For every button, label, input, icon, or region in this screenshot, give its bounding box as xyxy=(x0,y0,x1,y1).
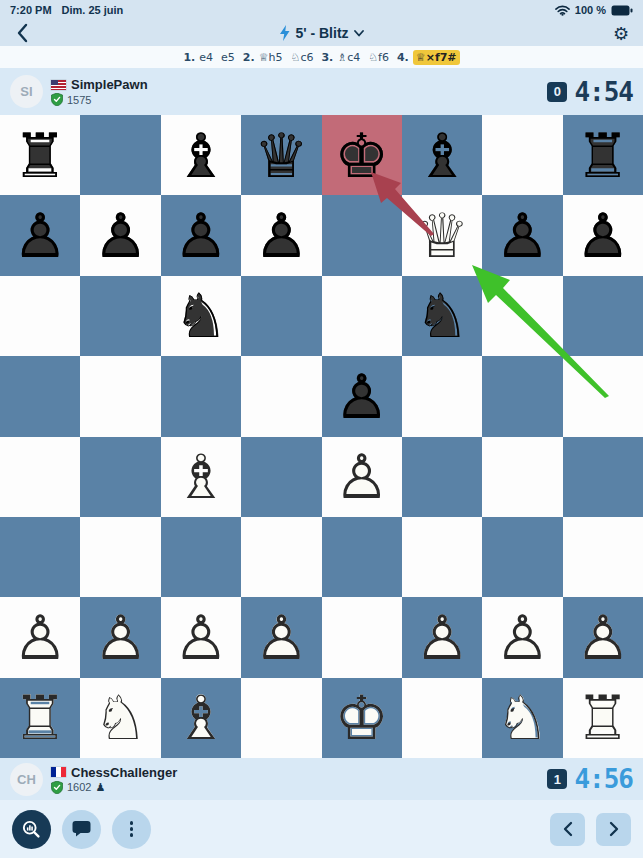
piece-black-knight[interactable]: ♞♘ xyxy=(161,276,241,356)
square-d7[interactable]: ♟♙ xyxy=(241,195,321,275)
piece-black-pawn[interactable]: ♟♙ xyxy=(482,195,562,275)
pawn-icon: ♟ xyxy=(95,782,105,793)
battery-icon xyxy=(611,5,633,16)
square-a2[interactable]: ♟♙ xyxy=(0,597,80,677)
fr-flag-icon xyxy=(51,767,66,777)
piece-black-bishop[interactable]: ♝♗ xyxy=(161,115,241,195)
square-c1[interactable]: ♝♗ xyxy=(161,678,241,758)
square-c3[interactable] xyxy=(161,517,241,597)
square-g1[interactable]: ♞♘ xyxy=(482,678,562,758)
square-b8[interactable] xyxy=(80,115,160,195)
status-time: 7:20 PM xyxy=(10,4,52,16)
piece-white-pawn[interactable]: ♟♙ xyxy=(80,597,160,677)
square-b4[interactable] xyxy=(80,437,160,517)
square-g5[interactable] xyxy=(482,356,562,436)
piece-white-king[interactable]: ♚♔ xyxy=(322,678,402,758)
square-e1[interactable]: ♚♔ xyxy=(322,678,402,758)
square-h1[interactable]: ♜♖ xyxy=(563,678,643,758)
square-a8[interactable]: ♜♖ xyxy=(0,115,80,195)
piece-white-pawn[interactable]: ♟♙ xyxy=(241,597,321,677)
piece-white-knight[interactable]: ♞♘ xyxy=(482,678,562,758)
square-b1[interactable]: ♞♘ xyxy=(80,678,160,758)
square-b5[interactable] xyxy=(80,356,160,436)
nav-bar: 5' - Blitz ⚙ xyxy=(0,20,643,46)
piece-white-pawn[interactable]: ♟♙ xyxy=(402,597,482,677)
status-bar: 7:20 PM Dim. 25 juin 100 % xyxy=(0,0,643,20)
clock-bottom: 1 4:56 xyxy=(547,764,633,794)
piece-white-bishop[interactable]: ♝♗ xyxy=(161,678,241,758)
square-f4[interactable] xyxy=(402,437,482,517)
piece-black-pawn[interactable]: ♟♙ xyxy=(241,195,321,275)
clock-time-bottom: 4:56 xyxy=(574,764,633,794)
rating-shield-icon xyxy=(51,93,63,106)
piece-white-rook[interactable]: ♜♖ xyxy=(0,678,80,758)
square-f7[interactable]: ♛♕ xyxy=(402,195,482,275)
square-a1[interactable]: ♜♖ xyxy=(0,678,80,758)
square-h4[interactable] xyxy=(563,437,643,517)
chevron-left-icon xyxy=(16,23,28,43)
move-token[interactable]: ♕h5 xyxy=(259,51,283,64)
game-mode-label: 5' - Blitz xyxy=(295,25,348,41)
square-e6[interactable] xyxy=(322,276,402,356)
square-d2[interactable]: ♟♙ xyxy=(241,597,321,677)
us-flag-icon xyxy=(51,80,66,90)
square-g3[interactable] xyxy=(482,517,562,597)
battery-percent: 100 % xyxy=(575,4,606,16)
move-token[interactable]: ♘f6 xyxy=(368,51,389,64)
rating-shield-icon xyxy=(51,781,63,794)
square-h6[interactable] xyxy=(563,276,643,356)
square-e5[interactable]: ♟♙ xyxy=(322,356,402,436)
square-a3[interactable] xyxy=(0,517,80,597)
piece-white-pawn[interactable]: ♟♙ xyxy=(322,437,402,517)
piece-white-pawn[interactable]: ♟♙ xyxy=(482,597,562,677)
bottom-toolbar xyxy=(0,800,643,858)
square-e8[interactable]: ♚♔ xyxy=(322,115,402,195)
square-h8[interactable]: ♜♖ xyxy=(563,115,643,195)
move-token[interactable]: e4 xyxy=(199,51,213,64)
square-d1[interactable] xyxy=(241,678,321,758)
kebab-menu-icon xyxy=(130,821,134,837)
square-a5[interactable] xyxy=(0,356,80,436)
lightning-bolt-icon xyxy=(279,25,290,41)
player-info-top[interactable]: SimplePawn 1575 xyxy=(51,77,148,106)
square-h2[interactable]: ♟♙ xyxy=(563,597,643,677)
square-h7[interactable]: ♟♙ xyxy=(563,195,643,275)
move-number: 2. xyxy=(243,51,255,64)
square-d8[interactable]: ♛♕ xyxy=(241,115,321,195)
square-b3[interactable] xyxy=(80,517,160,597)
square-a7[interactable]: ♟♙ xyxy=(0,195,80,275)
piece-black-rook[interactable]: ♜♖ xyxy=(563,115,643,195)
square-f1[interactable] xyxy=(402,678,482,758)
square-g7[interactable]: ♟♙ xyxy=(482,195,562,275)
square-b6[interactable] xyxy=(80,276,160,356)
move-token-highlighted[interactable]: ♕×f7# xyxy=(413,50,460,65)
square-g6[interactable] xyxy=(482,276,562,356)
square-b7[interactable]: ♟♙ xyxy=(80,195,160,275)
chevron-right-icon xyxy=(607,820,621,838)
player-rating-bottom: 1602 xyxy=(67,781,91,793)
avatar-bottom[interactable]: CH xyxy=(10,763,43,796)
piece-black-bishop[interactable]: ♝♗ xyxy=(402,115,482,195)
square-c6[interactable]: ♞♘ xyxy=(161,276,241,356)
piece-white-knight[interactable]: ♞♘ xyxy=(80,678,160,758)
square-d3[interactable] xyxy=(241,517,321,597)
piece-black-pawn[interactable]: ♟♙ xyxy=(0,195,80,275)
piece-white-pawn[interactable]: ♟♙ xyxy=(563,597,643,677)
avatar-top[interactable]: SI xyxy=(10,75,43,108)
square-d6[interactable] xyxy=(241,276,321,356)
piece-black-pawn[interactable]: ♟♙ xyxy=(563,195,643,275)
square-g8[interactable] xyxy=(482,115,562,195)
piece-black-rook[interactable]: ♜♖ xyxy=(0,115,80,195)
piece-white-rook[interactable]: ♜♖ xyxy=(563,678,643,758)
chess-board: ♜♖♝♗♛♕♚♔♝♗♜♖♟♙♟♙♟♙♟♙♛♕♟♙♟♙♞♘♞♘♟♙♝♗♟♙♟♙♟♙… xyxy=(0,115,643,758)
status-date: Dim. 25 juin xyxy=(62,4,124,16)
move-number: 4. xyxy=(397,51,409,64)
back-button[interactable] xyxy=(10,22,34,44)
settings-button[interactable]: ⚙ xyxy=(609,21,633,45)
square-e3[interactable] xyxy=(322,517,402,597)
square-c4[interactable]: ♝♗ xyxy=(161,437,241,517)
piece-black-queen[interactable]: ♛♕ xyxy=(241,115,321,195)
chess-app-screen: 7:20 PM Dim. 25 juin 100 % xyxy=(0,0,643,858)
player-name-top: SimplePawn xyxy=(71,77,148,92)
square-h3[interactable] xyxy=(563,517,643,597)
piece-white-bishop[interactable]: ♝♗ xyxy=(161,437,241,517)
move-token[interactable]: e5 xyxy=(221,51,235,64)
square-e7[interactable] xyxy=(322,195,402,275)
square-c5[interactable] xyxy=(161,356,241,436)
move-number: 3. xyxy=(321,51,333,64)
square-e4[interactable]: ♟♙ xyxy=(322,437,402,517)
square-h5[interactable] xyxy=(563,356,643,436)
chevron-down-icon xyxy=(354,30,364,37)
piece-black-knight[interactable]: ♞♘ xyxy=(402,276,482,356)
piece-black-pawn[interactable]: ♟♙ xyxy=(161,195,241,275)
piece-black-pawn[interactable]: ♟♙ xyxy=(322,356,402,436)
square-b2[interactable]: ♟♙ xyxy=(80,597,160,677)
piece-white-pawn[interactable]: ♟♙ xyxy=(161,597,241,677)
square-c8[interactable]: ♝♗ xyxy=(161,115,241,195)
move-token[interactable]: ♗c4 xyxy=(337,51,360,64)
clock-top: 0 4:54 xyxy=(547,77,633,107)
move-number: 1. xyxy=(183,51,195,64)
square-f3[interactable] xyxy=(402,517,482,597)
square-c2[interactable]: ♟♙ xyxy=(161,597,241,677)
prev-move-button[interactable] xyxy=(550,813,585,846)
player-rating-top: 1575 xyxy=(67,94,91,106)
next-move-button[interactable] xyxy=(596,813,631,846)
square-a6[interactable] xyxy=(0,276,80,356)
clock-time-top: 4:54 xyxy=(574,77,633,107)
move-token[interactable]: ♘c6 xyxy=(291,51,314,64)
square-f8[interactable]: ♝♗ xyxy=(402,115,482,195)
piece-white-queen[interactable]: ♛♕ xyxy=(402,195,482,275)
piece-black-pawn[interactable]: ♟♙ xyxy=(80,195,160,275)
move-list: 1.e4e52.♕h5♘c63.♗c4♘f64.♕×f7# xyxy=(0,46,643,68)
piece-black-king[interactable]: ♚♔ xyxy=(322,115,402,195)
menu-button[interactable] xyxy=(112,810,151,849)
wifi-icon xyxy=(555,5,570,16)
square-d4[interactable] xyxy=(241,437,321,517)
move-count-badge-bottom: 1 xyxy=(547,769,567,789)
chat-button[interactable] xyxy=(62,810,101,849)
square-d5[interactable] xyxy=(241,356,321,436)
chat-bubble-icon xyxy=(72,820,91,838)
analysis-button[interactable] xyxy=(12,810,51,849)
square-a4[interactable] xyxy=(0,437,80,517)
square-g2[interactable]: ♟♙ xyxy=(482,597,562,677)
move-count-badge-top: 0 xyxy=(547,82,567,102)
game-mode-selector[interactable]: 5' - Blitz xyxy=(279,25,363,41)
square-f2[interactable]: ♟♙ xyxy=(402,597,482,677)
square-g4[interactable] xyxy=(482,437,562,517)
magnifier-chart-icon xyxy=(21,819,42,840)
chevron-left-icon xyxy=(561,820,575,838)
square-f6[interactable]: ♞♘ xyxy=(402,276,482,356)
player-bar-bottom: CH ChessChallenger 1602 ♟ 1 4:56 xyxy=(0,758,643,800)
player-bar-top: SI SimplePawn 1575 0 4:54 xyxy=(0,68,643,115)
square-f5[interactable] xyxy=(402,356,482,436)
player-name-bottom: ChessChallenger xyxy=(71,765,177,780)
square-e2[interactable] xyxy=(322,597,402,677)
player-info-bottom[interactable]: ChessChallenger 1602 ♟ xyxy=(51,765,177,794)
square-c7[interactable]: ♟♙ xyxy=(161,195,241,275)
piece-white-pawn[interactable]: ♟♙ xyxy=(0,597,80,677)
